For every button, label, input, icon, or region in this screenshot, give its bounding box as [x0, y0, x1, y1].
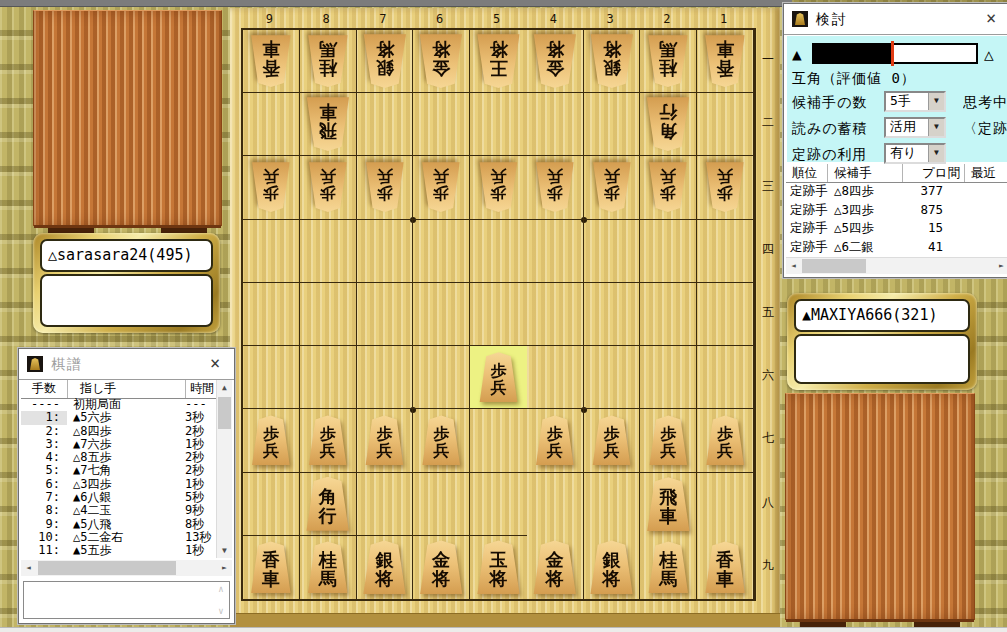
square-31[interactable]: 銀将	[584, 30, 641, 93]
square-58[interactable]	[470, 473, 527, 536]
piece-kanji: 歩	[490, 362, 506, 379]
piece-銀将-79[interactable]: 銀将	[357, 536, 413, 599]
rank-label: 二	[758, 91, 778, 154]
square-87[interactable]: 歩兵	[300, 409, 357, 472]
piece-歩兵-13[interactable]: 歩兵	[697, 156, 753, 218]
kifu-move-time: 8秒	[185, 518, 217, 531]
piece-kanji: 香	[262, 59, 280, 78]
square-78[interactable]	[357, 473, 414, 536]
square-56[interactable]: 歩兵	[470, 346, 527, 409]
piece-kanji: 飛	[319, 122, 337, 141]
rank-label: 六	[758, 344, 778, 407]
board-grid: 香車桂馬銀将金将王将金将銀将桂馬香車飛車角行歩兵歩兵歩兵歩兵歩兵歩兵歩兵歩兵歩兵…	[241, 28, 756, 601]
column-move: 指し手	[68, 380, 186, 398]
kifu-move-number: 5:	[21, 464, 67, 477]
stand-edge	[786, 619, 974, 622]
kifu-vertical-scrollbar[interactable]: ▲ ▼	[216, 380, 232, 558]
candidate-pro-count: 15	[903, 219, 965, 238]
piece-kanji: 将	[432, 569, 450, 588]
square-28[interactable]: 飛車	[640, 473, 697, 536]
piece-body: 香車	[249, 35, 292, 87]
piece-kanji: 歩	[547, 425, 563, 442]
kifu-row[interactable]: 11:▲5五歩1秒	[21, 544, 217, 557]
square-15[interactable]	[697, 283, 754, 346]
square-52[interactable]	[470, 93, 527, 156]
kifu-move-text: ▲7六歩	[67, 438, 185, 451]
square-23[interactable]: 歩兵	[640, 156, 697, 219]
rank-label: 一	[758, 28, 778, 91]
kifu-move-number: ----	[21, 398, 67, 411]
square-38[interactable]	[584, 473, 641, 536]
piece-歩兵-43[interactable]: 歩兵	[527, 156, 583, 218]
rank-label: 九	[758, 534, 778, 597]
square-88[interactable]: 角行	[300, 473, 357, 536]
square-65[interactable]	[413, 283, 470, 346]
piece-kanji: 歩	[433, 425, 449, 442]
square-93[interactable]: 歩兵	[243, 156, 300, 219]
candidate-pro-count: 875	[903, 201, 965, 220]
candidate-rank: 定跡手	[786, 238, 828, 257]
square-33[interactable]: 歩兵	[584, 156, 641, 219]
candidate-pro-count: 377	[903, 182, 965, 201]
setting-label: 読みの蓄積	[792, 120, 868, 136]
scroll-down-icon[interactable]: ▼	[217, 543, 232, 558]
piece-歩兵-47[interactable]: 歩兵	[527, 409, 583, 471]
piece-kanji: 歩	[320, 186, 336, 203]
piece-body: 玉将	[475, 540, 521, 594]
piece-kanji: 歩	[320, 425, 336, 442]
square-85[interactable]	[300, 283, 357, 346]
square-86[interactable]	[300, 346, 357, 409]
square-25[interactable]	[640, 283, 697, 346]
kifu-horizontal-scrollbar[interactable]: ◄ ►	[21, 560, 232, 576]
rank-labels: 一二三四五六七八九	[758, 28, 778, 597]
piece-桂馬-21[interactable]: 桂馬	[640, 30, 696, 92]
kifu-move-number: 3:	[21, 438, 67, 451]
square-43[interactable]: 歩兵	[527, 156, 584, 219]
square-29[interactable]: 桂馬	[640, 536, 697, 599]
piece-kanji: 車	[716, 40, 734, 59]
square-59[interactable]: 玉将	[470, 536, 527, 599]
piece-kanji: 兵	[660, 442, 676, 459]
kifu-move-time: ---	[185, 398, 217, 411]
candidate-row[interactable]: 定跡手△5四歩15	[786, 219, 1007, 238]
square-84[interactable]	[300, 220, 357, 283]
read-accumulation-dropdown[interactable]: 活用 ▼	[884, 117, 946, 138]
piece-桂馬-89[interactable]: 桂馬	[300, 536, 356, 599]
square-34[interactable]	[584, 220, 641, 283]
piece-body: 銀将	[589, 34, 635, 88]
kifu-row[interactable]: 2:△8四歩2秒	[21, 425, 217, 438]
piece-body: 桂馬	[306, 35, 349, 87]
kifu-move-time: 1秒	[185, 544, 217, 557]
square-48[interactable]	[527, 473, 584, 536]
candidate-row[interactable]: 定跡手△6二銀41	[786, 238, 1007, 257]
piece-body: 歩兵	[591, 163, 632, 213]
file-label: 4	[525, 11, 582, 27]
scroll-left-icon[interactable]: ◄	[21, 560, 36, 576]
close-icon[interactable]: ×	[982, 4, 1000, 34]
piece-body: 王将	[476, 34, 522, 88]
piece-歩兵-63[interactable]: 歩兵	[413, 156, 469, 218]
square-44[interactable]	[527, 220, 584, 283]
joseki-status: 〈定跡	[963, 120, 1007, 138]
sente-piece-stand	[785, 393, 975, 620]
chevron-up-icon[interactable]: ∧	[215, 584, 227, 594]
piece-香車-91[interactable]: 香車	[243, 30, 299, 92]
square-83[interactable]: 歩兵	[300, 156, 357, 219]
kifu-comment-box[interactable]: ∧ ∨	[23, 581, 230, 619]
kifu-move-number: 1:	[21, 411, 67, 424]
piece-kanji: 歩	[717, 425, 733, 442]
piece-body: 歩兵	[421, 415, 462, 465]
square-96[interactable]	[243, 346, 300, 409]
square-53[interactable]: 歩兵	[470, 156, 527, 219]
piece-銀将-39[interactable]: 銀将	[584, 536, 640, 599]
square-18[interactable]	[697, 473, 754, 536]
kifu-row[interactable]: 6:△3四歩1秒	[21, 478, 217, 491]
piece-歩兵-37[interactable]: 歩兵	[584, 409, 640, 471]
square-97[interactable]: 歩兵	[243, 409, 300, 472]
piece-金将-69[interactable]: 金将	[413, 536, 469, 599]
kifu-row[interactable]: ----初期局面---	[21, 398, 217, 411]
piece-金将-61[interactable]: 金将	[413, 30, 469, 92]
piece-kanji: 歩	[660, 425, 676, 442]
piece-金将-49[interactable]: 金将	[527, 536, 583, 599]
kifu-move-time: 2秒	[185, 451, 217, 464]
kifu-move-text: ▲5六歩	[67, 411, 185, 424]
file-label: 3	[582, 11, 639, 27]
kifu-row[interactable]: 3:▲7六歩1秒	[21, 438, 217, 451]
piece-body: 金将	[532, 34, 578, 88]
candidate-count-dropdown[interactable]: 5手 ▼	[884, 91, 946, 112]
kifu-move-text: 初期局面	[67, 398, 185, 411]
piece-歩兵-53[interactable]: 歩兵	[470, 156, 527, 218]
piece-歩兵-56[interactable]: 歩兵	[470, 346, 527, 408]
piece-body: 香車	[704, 541, 747, 593]
square-51[interactable]: 王将	[470, 30, 527, 93]
piece-body: 桂馬	[647, 35, 690, 87]
square-81[interactable]: 桂馬	[300, 30, 357, 93]
piece-飛車-28[interactable]: 飛車	[640, 473, 696, 536]
square-69[interactable]: 金将	[413, 536, 470, 599]
square-16[interactable]	[697, 346, 754, 409]
square-92[interactable]	[243, 93, 300, 156]
square-46[interactable]	[527, 346, 584, 409]
square-35[interactable]	[584, 283, 641, 346]
scrollbar-thumb[interactable]	[218, 397, 231, 429]
kifu-row[interactable]: 1:▲5六歩3秒	[21, 411, 217, 424]
scrollbar-thumb[interactable]	[802, 259, 866, 273]
piece-body: 金将	[532, 540, 578, 594]
gote-message-box	[40, 274, 213, 327]
piece-kanji: 兵	[717, 169, 733, 186]
kifu-titlebar[interactable]: 棋譜 ×	[19, 349, 234, 380]
square-98[interactable]	[243, 473, 300, 536]
square-17[interactable]: 歩兵	[697, 409, 754, 472]
piece-body: 歩兵	[478, 163, 519, 213]
chevron-down-icon[interactable]: ▼	[928, 93, 944, 110]
square-73[interactable]: 歩兵	[357, 156, 414, 219]
square-75[interactable]	[357, 283, 414, 346]
square-11[interactable]: 香車	[697, 30, 754, 93]
kifu-move-number: 8:	[21, 504, 67, 517]
file-label: 5	[468, 11, 525, 27]
piece-歩兵-23[interactable]: 歩兵	[640, 156, 696, 218]
square-89[interactable]: 桂馬	[300, 536, 357, 599]
piece-body: 歩兵	[307, 163, 348, 213]
square-66[interactable]	[413, 346, 470, 409]
square-49[interactable]: 金将	[527, 536, 584, 599]
kifu-move-list[interactable]: ----初期局面---1:▲5六歩3秒2:△8四歩2秒3:▲7六歩1秒4:△8五…	[21, 398, 217, 558]
kifu-move-text: △8五歩	[67, 451, 185, 464]
close-icon[interactable]: ×	[206, 349, 224, 379]
piece-body: 飛車	[645, 477, 691, 531]
piece-body: 金将	[418, 540, 464, 594]
piece-kanji: 飛	[659, 487, 677, 506]
piece-kanji: 馬	[659, 569, 677, 588]
candidate-table-header: 順位 候補手 プロ間 最近	[786, 164, 1007, 183]
piece-kanji: 車	[262, 40, 280, 59]
kifu-move-text: △5二金右	[67, 531, 185, 544]
piece-body: 歩兵	[421, 163, 462, 213]
app-icon	[792, 11, 808, 27]
square-14[interactable]	[697, 220, 754, 283]
square-37[interactable]: 歩兵	[584, 409, 641, 472]
column-time: 時間	[186, 380, 217, 398]
square-39[interactable]: 銀将	[584, 536, 641, 599]
piece-kanji: 兵	[320, 442, 336, 459]
square-82[interactable]: 飛車	[300, 93, 357, 156]
piece-body: 角行	[645, 97, 691, 151]
kifu-move-number: 9:	[21, 518, 67, 531]
piece-歩兵-27[interactable]: 歩兵	[640, 409, 696, 471]
piece-kanji: 桂	[319, 59, 337, 78]
square-76[interactable]	[357, 346, 414, 409]
piece-歩兵-77[interactable]: 歩兵	[357, 409, 413, 471]
piece-歩兵-17[interactable]: 歩兵	[697, 409, 753, 471]
piece-歩兵-83[interactable]: 歩兵	[300, 156, 356, 218]
piece-body: 歩兵	[534, 163, 575, 213]
kifu-move-time: 2秒	[185, 425, 217, 438]
piece-body: 歩兵	[250, 415, 291, 465]
square-27[interactable]: 歩兵	[640, 409, 697, 472]
square-61[interactable]: 金将	[413, 30, 470, 93]
square-32[interactable]	[584, 93, 641, 156]
piece-kanji: 香	[716, 59, 734, 78]
square-26[interactable]	[640, 346, 697, 409]
candidate-row[interactable]: 定跡手△8四歩377	[786, 182, 1007, 201]
file-label: 7	[355, 11, 412, 27]
analysis-horizontal-scrollbar[interactable]: ◄ ►	[786, 257, 1007, 274]
piece-kanji: 馬	[659, 40, 677, 59]
kifu-move-number: 6:	[21, 478, 67, 491]
gote-player-panel: △sarasara24(495)	[33, 233, 220, 333]
piece-kanji: 車	[716, 569, 734, 588]
piece-body: 歩兵	[364, 415, 405, 465]
kifu-move-text: ▲5五歩	[67, 544, 185, 557]
square-91[interactable]: 香車	[243, 30, 300, 93]
setting-joseki-use: 定跡の利用 有り ▼	[792, 144, 867, 164]
piece-kanji: 兵	[547, 169, 563, 186]
kifu-row[interactable]: 4:△8五歩2秒	[21, 451, 217, 464]
gote-player-name: △sarasara24(495)	[40, 239, 213, 272]
square-64[interactable]	[413, 220, 470, 283]
piece-kanji: 金	[432, 550, 450, 569]
kifu-window: 棋譜 × 手数 指し手 時間 ----初期局面---1:▲5六歩3秒2:△8四歩…	[18, 348, 235, 624]
square-47[interactable]: 歩兵	[527, 409, 584, 472]
square-68[interactable]	[413, 473, 470, 536]
piece-kanji: 香	[716, 550, 734, 569]
square-79[interactable]: 銀将	[357, 536, 414, 599]
kifu-row[interactable]: 5:▲7七角2秒	[21, 464, 217, 477]
piece-歩兵-87[interactable]: 歩兵	[300, 409, 356, 471]
kifu-move-time: 5秒	[185, 491, 217, 504]
gote-mark: △	[984, 45, 994, 64]
file-labels: 987654321	[241, 11, 752, 27]
setting-candidate-count: 候補手の数 5手 ▼	[792, 92, 867, 112]
piece-kanji: 歩	[491, 186, 507, 203]
dropdown-value: 有り	[890, 145, 916, 160]
piece-body: 桂馬	[306, 541, 349, 593]
chevron-down-icon[interactable]: ▼	[928, 119, 944, 136]
kifu-row[interactable]: 8:△4二玉9秒	[21, 504, 217, 517]
rank-label: 八	[758, 471, 778, 534]
kifu-move-text: △8四歩	[67, 425, 185, 438]
square-36[interactable]	[584, 346, 641, 409]
piece-玉将-59[interactable]: 玉将	[470, 536, 527, 599]
piece-金将-41[interactable]: 金将	[527, 30, 583, 92]
piece-body: 歩兵	[705, 163, 746, 213]
piece-銀将-71[interactable]: 銀将	[357, 30, 413, 92]
piece-歩兵-97[interactable]: 歩兵	[243, 409, 299, 471]
square-12[interactable]	[697, 93, 754, 156]
kifu-move-time: 9秒	[185, 504, 217, 517]
piece-歩兵-67[interactable]: 歩兵	[413, 409, 469, 471]
analysis-titlebar[interactable]: 検討 ×	[784, 4, 1007, 35]
piece-王将-51[interactable]: 王将	[470, 30, 527, 92]
piece-香車-19[interactable]: 香車	[697, 536, 753, 599]
analysis-window-title: 検討	[816, 4, 848, 34]
chevron-down-icon[interactable]: ▼	[928, 145, 944, 162]
file-label: 8	[298, 11, 355, 27]
scrollbar-thumb[interactable]	[38, 561, 176, 575]
square-42[interactable]	[527, 93, 584, 156]
square-41[interactable]: 金将	[527, 30, 584, 93]
piece-歩兵-33[interactable]: 歩兵	[584, 156, 640, 218]
scroll-right-icon[interactable]: ►	[994, 258, 1007, 274]
rank-label: 五	[758, 281, 778, 344]
kifu-row[interactable]: 9:▲5八飛8秒	[21, 518, 217, 531]
kifu-move-text: ▲5八飛	[67, 518, 185, 531]
square-21[interactable]: 桂馬	[640, 30, 697, 93]
candidate-rank: 定跡手	[786, 201, 828, 220]
square-99[interactable]: 香車	[243, 536, 300, 599]
rank-label: 七	[758, 407, 778, 470]
candidate-move: △3四歩	[828, 201, 903, 220]
piece-body: 歩兵	[648, 415, 689, 465]
piece-kanji: 将	[490, 40, 508, 59]
square-95[interactable]	[243, 283, 300, 346]
scroll-right-icon[interactable]: ►	[217, 560, 232, 576]
kifu-row[interactable]: 7:▲6八銀5秒	[21, 491, 217, 504]
square-45[interactable]	[527, 283, 584, 346]
kifu-window-title: 棋譜	[51, 349, 83, 379]
kifu-move-time: 1秒	[185, 438, 217, 451]
square-94[interactable]	[243, 220, 300, 283]
setting-read-accumulation: 読みの蓄積 活用 ▼	[792, 118, 868, 138]
piece-角行-22[interactable]: 角行	[640, 93, 696, 155]
candidate-row[interactable]: 定跡手△3四歩875	[786, 201, 1007, 220]
column-rank: 順位	[786, 164, 828, 182]
piece-kanji: 歩	[263, 186, 279, 203]
piece-body: 歩兵	[705, 415, 746, 465]
kifu-row[interactable]: 10:△5二金右13秒	[21, 531, 217, 544]
piece-kanji: 兵	[490, 379, 506, 396]
square-22[interactable]: 角行	[640, 93, 697, 156]
square-67[interactable]: 歩兵	[413, 409, 470, 472]
piece-桂馬-29[interactable]: 桂馬	[640, 536, 696, 599]
candidate-move-list[interactable]: 定跡手△8四歩377定跡手△3四歩875定跡手△5四歩15定跡手△6二銀41	[786, 182, 1007, 256]
sente-player-name: ▲MAXIYA666(321)	[794, 299, 970, 332]
piece-kanji: 兵	[660, 169, 676, 186]
square-62[interactable]	[413, 93, 470, 156]
square-13[interactable]: 歩兵	[697, 156, 754, 219]
square-57[interactable]	[470, 409, 527, 472]
square-71[interactable]: 銀将	[357, 30, 414, 93]
square-54[interactable]	[470, 220, 527, 283]
square-74[interactable]	[357, 220, 414, 283]
eval-bar-marker	[891, 41, 894, 66]
piece-香車-99[interactable]: 香車	[243, 536, 299, 599]
piece-kanji: 兵	[433, 442, 449, 459]
piece-角行-88[interactable]: 角行	[300, 473, 356, 535]
column-recent: 最近	[965, 164, 1007, 182]
piece-香車-11[interactable]: 香車	[697, 30, 753, 92]
square-77[interactable]: 歩兵	[357, 409, 414, 472]
square-72[interactable]	[357, 93, 414, 156]
scroll-up-icon[interactable]: ▲	[217, 380, 232, 395]
piece-kanji: 将	[603, 569, 621, 588]
piece-kanji: 行	[659, 103, 677, 122]
piece-銀将-31[interactable]: 銀将	[584, 30, 640, 92]
piece-body: 歩兵	[591, 415, 632, 465]
piece-kanji: 車	[262, 569, 280, 588]
piece-kanji: 兵	[547, 442, 563, 459]
piece-桂馬-81[interactable]: 桂馬	[300, 30, 356, 92]
square-63[interactable]: 歩兵	[413, 156, 470, 219]
square-19[interactable]: 香車	[697, 536, 754, 599]
eval-bar	[812, 43, 978, 64]
chevron-down-icon[interactable]: ∨	[215, 606, 227, 616]
scroll-left-icon[interactable]: ◄	[786, 258, 801, 274]
piece-kanji: 玉	[489, 550, 507, 569]
rank-label: 三	[758, 154, 778, 217]
piece-kanji: 将	[432, 40, 450, 59]
square-55[interactable]	[470, 283, 527, 346]
kifu-move-time: 3秒	[185, 411, 217, 424]
piece-kanji: 王	[490, 59, 508, 78]
piece-歩兵-93[interactable]: 歩兵	[243, 156, 299, 218]
joseki-use-dropdown[interactable]: 有り ▼	[884, 143, 946, 164]
piece-歩兵-73[interactable]: 歩兵	[357, 156, 413, 218]
piece-飛車-82[interactable]: 飛車	[300, 93, 356, 155]
kifu-move-text: △3四歩	[67, 478, 185, 491]
piece-body: 歩兵	[250, 163, 291, 213]
square-24[interactable]	[640, 220, 697, 283]
piece-body: 銀将	[361, 540, 407, 594]
piece-kanji: 歩	[547, 186, 563, 203]
